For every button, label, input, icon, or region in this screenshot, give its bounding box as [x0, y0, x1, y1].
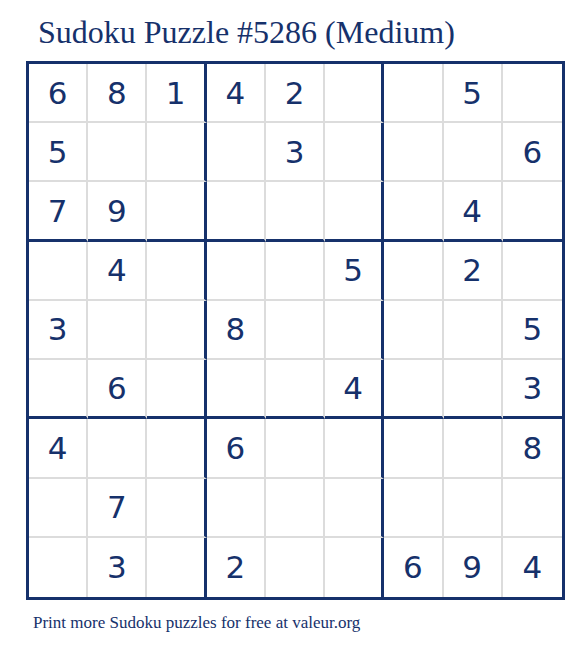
sudoku-cell-r5c9-given: 5 — [503, 301, 562, 360]
sudoku-cell-r5c8-empty — [444, 301, 503, 360]
sudoku-cell-r9c1-empty — [29, 538, 88, 597]
sudoku-cell-r8c2-given: 7 — [88, 479, 147, 538]
sudoku-cell-r3c4-empty — [207, 182, 266, 241]
sudoku-cell-r2c8-empty — [444, 123, 503, 182]
sudoku-cell-r6c1-empty — [29, 360, 88, 419]
sudoku-cell-r7c1-given: 4 — [29, 419, 88, 478]
sudoku-cell-r4c6-given: 5 — [325, 242, 384, 301]
sudoku-cell-r5c2-empty — [88, 301, 147, 360]
sudoku-cell-r2c9-given: 6 — [503, 123, 562, 182]
sudoku-cell-r4c4-empty — [207, 242, 266, 301]
sudoku-cell-r1c1-given: 6 — [29, 64, 88, 123]
sudoku-cell-r3c1-given: 7 — [29, 182, 88, 241]
sudoku-cell-r5c1-given: 3 — [29, 301, 88, 360]
sudoku-cell-r5c3-empty — [147, 301, 206, 360]
sudoku-cell-r9c8-given: 9 — [444, 538, 503, 597]
sudoku-cell-r4c9-empty — [503, 242, 562, 301]
sudoku-cell-r8c4-empty — [207, 479, 266, 538]
footer-credit-text: Print more Sudoku puzzles for free at va… — [33, 612, 360, 634]
page-title: Sudoku Puzzle #5286 (Medium) — [38, 14, 455, 50]
sudoku-cell-r6c6-given: 4 — [325, 360, 384, 419]
sudoku-cell-r6c9-given: 3 — [503, 360, 562, 419]
sudoku-cell-r9c2-given: 3 — [88, 538, 147, 597]
sudoku-cell-r8c5-empty — [266, 479, 325, 538]
sudoku-cell-r2c7-empty — [384, 123, 443, 182]
sudoku-cell-r7c8-empty — [444, 419, 503, 478]
sudoku-cell-r8c7-empty — [384, 479, 443, 538]
sudoku-cell-r1c7-empty — [384, 64, 443, 123]
sudoku-cell-r5c5-empty — [266, 301, 325, 360]
sudoku-cell-r7c4-given: 6 — [207, 419, 266, 478]
sudoku-cell-r8c3-empty — [147, 479, 206, 538]
sudoku-cell-r1c6-empty — [325, 64, 384, 123]
sudoku-cell-r7c5-empty — [266, 419, 325, 478]
sudoku-cell-r1c5-given: 2 — [266, 64, 325, 123]
sudoku-cell-r6c7-empty — [384, 360, 443, 419]
sudoku-grid: 681425536794452385643468732694 — [26, 61, 565, 600]
sudoku-cell-r4c8-given: 2 — [444, 242, 503, 301]
sudoku-cell-r6c5-empty — [266, 360, 325, 419]
sudoku-cell-r6c8-empty — [444, 360, 503, 419]
sudoku-cell-r9c7-given: 6 — [384, 538, 443, 597]
sudoku-cell-r7c9-given: 8 — [503, 419, 562, 478]
sudoku-cell-r1c8-given: 5 — [444, 64, 503, 123]
sudoku-cell-r2c3-empty — [147, 123, 206, 182]
sudoku-cell-r9c6-empty — [325, 538, 384, 597]
sudoku-cell-r2c4-empty — [207, 123, 266, 182]
sudoku-cell-r7c6-empty — [325, 419, 384, 478]
sudoku-cell-r3c9-empty — [503, 182, 562, 241]
sudoku-cell-r3c3-empty — [147, 182, 206, 241]
sudoku-cell-r9c5-empty — [266, 538, 325, 597]
sudoku-cell-r1c4-given: 4 — [207, 64, 266, 123]
sudoku-cell-r4c7-empty — [384, 242, 443, 301]
sudoku-cell-r2c5-given: 3 — [266, 123, 325, 182]
sudoku-cell-r5c7-empty — [384, 301, 443, 360]
sudoku-cell-r2c1-given: 5 — [29, 123, 88, 182]
sudoku-cell-r4c3-empty — [147, 242, 206, 301]
sudoku-cell-r7c3-empty — [147, 419, 206, 478]
sudoku-cell-r9c9-given: 4 — [503, 538, 562, 597]
sudoku-cell-r1c3-given: 1 — [147, 64, 206, 123]
sudoku-cell-r9c4-given: 2 — [207, 538, 266, 597]
sudoku-cell-r6c3-empty — [147, 360, 206, 419]
sudoku-cell-r7c7-empty — [384, 419, 443, 478]
sudoku-cell-r2c2-empty — [88, 123, 147, 182]
sudoku-cell-r9c3-empty — [147, 538, 206, 597]
sudoku-cell-r4c1-empty — [29, 242, 88, 301]
sudoku-cell-r8c6-empty — [325, 479, 384, 538]
sudoku-cell-r3c5-empty — [266, 182, 325, 241]
sudoku-cell-r1c2-given: 8 — [88, 64, 147, 123]
sudoku-cell-r8c9-empty — [503, 479, 562, 538]
sudoku-cell-r3c6-empty — [325, 182, 384, 241]
sudoku-cell-r4c2-given: 4 — [88, 242, 147, 301]
sudoku-cell-r2c6-empty — [325, 123, 384, 182]
sudoku-cell-r6c2-given: 6 — [88, 360, 147, 419]
sudoku-cell-r7c2-empty — [88, 419, 147, 478]
sudoku-cell-r3c8-given: 4 — [444, 182, 503, 241]
sudoku-cell-r5c4-given: 8 — [207, 301, 266, 360]
sudoku-cell-r8c8-empty — [444, 479, 503, 538]
sudoku-cell-r8c1-empty — [29, 479, 88, 538]
sudoku-cell-r5c6-empty — [325, 301, 384, 360]
sudoku-cell-r1c9-empty — [503, 64, 562, 123]
sudoku-cell-r3c7-empty — [384, 182, 443, 241]
sudoku-cell-r6c4-empty — [207, 360, 266, 419]
sudoku-cell-r4c5-empty — [266, 242, 325, 301]
sudoku-cell-r3c2-given: 9 — [88, 182, 147, 241]
